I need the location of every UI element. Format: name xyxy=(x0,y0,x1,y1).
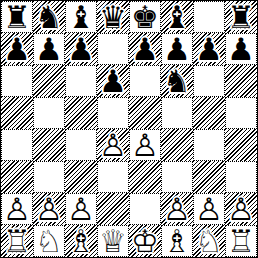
square-h8[interactable]: ♜ xyxy=(225,1,257,33)
black-pawn: ♟ xyxy=(129,33,161,65)
white-rook: ♜ xyxy=(226,226,256,256)
white-knight-outline: ♘ xyxy=(34,226,64,256)
square-d3[interactable] xyxy=(97,161,129,193)
square-d5[interactable] xyxy=(97,97,129,129)
white-pawn: ♟ xyxy=(130,130,160,160)
square-f3[interactable] xyxy=(161,161,193,193)
white-king-outline: ♔ xyxy=(129,225,161,257)
white-rook-outline: ♖ xyxy=(1,225,33,257)
white-pawn: ♟ xyxy=(2,194,32,224)
square-d6[interactable]: ♟ xyxy=(97,65,129,97)
white-pawn: ♟ xyxy=(225,193,257,225)
square-d7[interactable] xyxy=(97,33,129,65)
white-pawn-outline: ♙ xyxy=(194,194,224,224)
white-knight: ♞ xyxy=(34,226,64,256)
square-a3[interactable] xyxy=(1,161,33,193)
white-pawn-outline: ♙ xyxy=(2,194,32,224)
square-f2[interactable]: ♟♙ xyxy=(161,193,193,225)
black-queen: ♛ xyxy=(97,1,129,33)
black-pawn: ♟ xyxy=(162,34,192,64)
square-e7[interactable]: ♟ xyxy=(129,33,161,65)
square-e4[interactable]: ♟♙ xyxy=(129,129,161,161)
white-pawn-outline: ♙ xyxy=(66,194,96,224)
square-c1[interactable]: ♝♗ xyxy=(65,225,97,257)
square-e1[interactable]: ♚♔ xyxy=(129,225,161,257)
black-rook: ♜ xyxy=(225,1,257,33)
black-pawn: ♟ xyxy=(65,33,97,65)
square-f8[interactable]: ♝ xyxy=(161,1,193,33)
black-pawn: ♟ xyxy=(34,34,64,64)
square-e8[interactable]: ♚ xyxy=(129,1,161,33)
square-g7[interactable]: ♟ xyxy=(193,33,225,65)
white-pawn: ♟ xyxy=(161,193,193,225)
white-pawn-outline: ♙ xyxy=(33,193,65,225)
square-g8[interactable] xyxy=(193,1,225,33)
square-h7[interactable]: ♟ xyxy=(225,33,257,65)
square-h5[interactable] xyxy=(225,97,257,129)
black-pawn: ♟ xyxy=(226,34,256,64)
square-f4[interactable] xyxy=(161,129,193,161)
black-pawn: ♟ xyxy=(1,33,33,65)
black-rook: ♜ xyxy=(2,2,32,32)
square-c8[interactable]: ♝ xyxy=(65,1,97,33)
square-a4[interactable] xyxy=(1,129,33,161)
chess-diagram: ♜♞♝♛♚♝♜♟♟♟♟♟♟♟♟♞♟♙♟♙♟♙♟♙♟♙♟♙♟♙♟♙♜♖♞♘♝♗♛♕… xyxy=(0,0,258,258)
square-b2[interactable]: ♟♙ xyxy=(33,193,65,225)
square-f1[interactable]: ♝♗ xyxy=(161,225,193,257)
square-g6[interactable] xyxy=(193,65,225,97)
black-pawn: ♟ xyxy=(193,33,225,65)
square-g3[interactable] xyxy=(193,161,225,193)
square-g2[interactable]: ♟♙ xyxy=(193,193,225,225)
square-e3[interactable] xyxy=(129,161,161,193)
square-b7[interactable]: ♟ xyxy=(33,33,65,65)
square-c3[interactable] xyxy=(65,161,97,193)
square-b8[interactable]: ♞ xyxy=(33,1,65,33)
white-pawn-outline: ♙ xyxy=(130,130,160,160)
square-a6[interactable] xyxy=(1,65,33,97)
square-c4[interactable] xyxy=(65,129,97,161)
square-b4[interactable] xyxy=(33,129,65,161)
square-g5[interactable] xyxy=(193,97,225,129)
white-pawn: ♟ xyxy=(66,194,96,224)
square-a2[interactable]: ♟♙ xyxy=(1,193,33,225)
square-d4[interactable]: ♟♙ xyxy=(97,129,129,161)
square-d1[interactable]: ♛♕ xyxy=(97,225,129,257)
white-bishop: ♝ xyxy=(65,225,97,257)
square-h1[interactable]: ♜♖ xyxy=(225,225,257,257)
square-c5[interactable] xyxy=(65,97,97,129)
square-b5[interactable] xyxy=(33,97,65,129)
white-bishop-outline: ♗ xyxy=(65,225,97,257)
square-f7[interactable]: ♟ xyxy=(161,33,193,65)
square-h4[interactable] xyxy=(225,129,257,161)
square-c6[interactable] xyxy=(65,65,97,97)
white-bishop-outline: ♗ xyxy=(162,226,192,256)
square-a7[interactable]: ♟ xyxy=(1,33,33,65)
white-queen: ♛ xyxy=(98,226,128,256)
white-pawn: ♟ xyxy=(194,194,224,224)
white-rook-outline: ♖ xyxy=(226,226,256,256)
black-bishop: ♝ xyxy=(161,1,193,33)
square-c7[interactable]: ♟ xyxy=(65,33,97,65)
square-c2[interactable]: ♟♙ xyxy=(65,193,97,225)
black-knight: ♞ xyxy=(161,65,193,97)
white-knight-outline: ♘ xyxy=(193,225,225,257)
square-b6[interactable] xyxy=(33,65,65,97)
black-bishop: ♝ xyxy=(66,2,96,32)
square-b3[interactable] xyxy=(33,161,65,193)
square-g1[interactable]: ♞♘ xyxy=(193,225,225,257)
square-g4[interactable] xyxy=(193,129,225,161)
white-pawn-outline: ♙ xyxy=(97,129,129,161)
white-pawn-outline: ♙ xyxy=(161,193,193,225)
square-h3[interactable] xyxy=(225,161,257,193)
square-e2[interactable] xyxy=(129,193,161,225)
square-b1[interactable]: ♞♘ xyxy=(33,225,65,257)
square-f5[interactable] xyxy=(161,97,193,129)
square-a1[interactable]: ♜♖ xyxy=(1,225,33,257)
white-rook: ♜ xyxy=(1,225,33,257)
square-e5[interactable] xyxy=(129,97,161,129)
square-f6[interactable]: ♞ xyxy=(161,65,193,97)
white-pawn-outline: ♙ xyxy=(225,193,257,225)
black-pawn: ♟ xyxy=(97,65,129,97)
white-pawn: ♟ xyxy=(33,193,65,225)
square-d8[interactable]: ♛ xyxy=(97,1,129,33)
white-bishop: ♝ xyxy=(162,226,192,256)
black-knight: ♞ xyxy=(33,1,65,33)
white-queen-outline: ♕ xyxy=(98,226,128,256)
square-h2[interactable]: ♟♙ xyxy=(225,193,257,225)
square-h6[interactable] xyxy=(225,65,257,97)
chess-board: ♜♞♝♛♚♝♜♟♟♟♟♟♟♟♟♞♟♙♟♙♟♙♟♙♟♙♟♙♟♙♟♙♜♖♞♘♝♗♛♕… xyxy=(1,1,257,257)
square-a8[interactable]: ♜ xyxy=(1,1,33,33)
black-king: ♚ xyxy=(130,2,160,32)
square-a5[interactable] xyxy=(1,97,33,129)
square-d2[interactable] xyxy=(97,193,129,225)
white-pawn: ♟ xyxy=(97,129,129,161)
white-king: ♚ xyxy=(129,225,161,257)
white-knight: ♞ xyxy=(193,225,225,257)
square-e6[interactable] xyxy=(129,65,161,97)
